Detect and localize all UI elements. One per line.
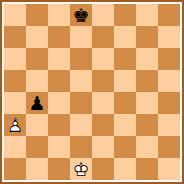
square-c3[interactable] [48,114,70,136]
square-c4[interactable] [48,92,70,114]
square-e6[interactable] [92,48,114,70]
square-b6[interactable] [26,48,48,70]
square-b8[interactable] [26,4,48,26]
square-e7[interactable] [92,26,114,48]
black-pawn[interactable]: ♟ [26,92,48,114]
square-h2[interactable] [158,136,180,158]
square-b5[interactable] [26,70,48,92]
square-c1[interactable] [48,158,70,180]
square-a7[interactable] [4,26,26,48]
square-h6[interactable] [158,48,180,70]
square-a4[interactable] [4,92,26,114]
square-e1[interactable] [92,158,114,180]
square-f1[interactable] [114,158,136,180]
square-g1[interactable] [136,158,158,180]
square-h1[interactable] [158,158,180,180]
square-c6[interactable] [48,48,70,70]
square-b3[interactable] [26,114,48,136]
white-king[interactable]: ♚♔ [70,158,92,180]
square-e3[interactable] [92,114,114,136]
square-a5[interactable] [4,70,26,92]
square-f6[interactable] [114,48,136,70]
square-h3[interactable] [158,114,180,136]
square-f4[interactable] [114,92,136,114]
black-pawn-glyph: ♟ [26,92,48,114]
square-h8[interactable] [158,4,180,26]
square-h4[interactable] [158,92,180,114]
square-d2[interactable] [70,136,92,158]
square-d7[interactable] [70,26,92,48]
square-a2[interactable] [4,136,26,158]
square-f5[interactable] [114,70,136,92]
square-f8[interactable] [114,4,136,26]
board-frame: ♚♟♟♙♚♔ [0,0,184,184]
square-f3[interactable] [114,114,136,136]
black-king-glyph: ♚ [70,4,92,26]
square-f2[interactable] [114,136,136,158]
white-pawn-outline: ♙ [4,114,26,136]
square-d8[interactable]: ♚ [70,4,92,26]
square-d1[interactable]: ♚♔ [70,158,92,180]
board-inner-line: ♚♟♟♙♚♔ [2,2,182,182]
square-g5[interactable] [136,70,158,92]
square-b4[interactable]: ♟ [26,92,48,114]
square-g8[interactable] [136,4,158,26]
square-b7[interactable] [26,26,48,48]
square-b1[interactable] [26,158,48,180]
square-a8[interactable] [4,4,26,26]
square-a6[interactable] [4,48,26,70]
square-d5[interactable] [70,70,92,92]
square-d3[interactable] [70,114,92,136]
square-b2[interactable] [26,136,48,158]
square-e8[interactable] [92,4,114,26]
square-c5[interactable] [48,70,70,92]
square-a1[interactable] [4,158,26,180]
square-g7[interactable] [136,26,158,48]
square-c2[interactable] [48,136,70,158]
square-g6[interactable] [136,48,158,70]
square-a3[interactable]: ♟♙ [4,114,26,136]
square-c8[interactable] [48,4,70,26]
square-e5[interactable] [92,70,114,92]
square-h7[interactable] [158,26,180,48]
square-d6[interactable] [70,48,92,70]
square-h5[interactable] [158,70,180,92]
square-g2[interactable] [136,136,158,158]
black-king[interactable]: ♚ [70,4,92,26]
white-pawn[interactable]: ♟♙ [4,114,26,136]
square-g4[interactable] [136,92,158,114]
square-e2[interactable] [92,136,114,158]
square-f7[interactable] [114,26,136,48]
square-c7[interactable] [48,26,70,48]
square-g3[interactable] [136,114,158,136]
square-d4[interactable] [70,92,92,114]
white-king-outline: ♔ [70,158,92,180]
square-e4[interactable] [92,92,114,114]
chess-board: ♚♟♟♙♚♔ [4,4,180,180]
